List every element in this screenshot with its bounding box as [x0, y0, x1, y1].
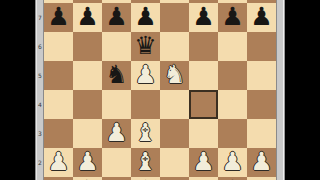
square-b1[interactable]: ♞	[73, 177, 102, 180]
piece-black-pawn-b7[interactable]: ♟	[73, 3, 102, 32]
square-g1[interactable]: ♚	[218, 177, 247, 180]
square-c1[interactable]	[102, 177, 131, 180]
square-c7[interactable]: ♟	[102, 3, 131, 32]
square-f5[interactable]	[189, 61, 218, 90]
piece-white-rook-f1[interactable]: ♜	[189, 177, 218, 180]
square-h1[interactable]	[247, 177, 276, 180]
screen: 87654321 ♜♞♝♚♝♜♟♟♟♟♟♟♟♛♞♟♞♟♝♟♟♝♟♟♟♜♞♛♜♚	[0, 0, 320, 180]
piece-black-pawn-g7[interactable]: ♟	[218, 3, 247, 32]
square-a4[interactable]	[44, 90, 73, 119]
square-g7[interactable]: ♟	[218, 3, 247, 32]
square-a2[interactable]: ♟	[44, 148, 73, 177]
rank-label-3: 3	[36, 119, 44, 148]
piece-white-pawn-g2[interactable]: ♟	[218, 148, 247, 177]
square-f3[interactable]	[189, 119, 218, 148]
piece-white-pawn-a2[interactable]: ♟	[44, 148, 73, 177]
square-g6[interactable]	[218, 32, 247, 61]
square-b3[interactable]	[73, 119, 102, 148]
rank-label-2: 2	[36, 148, 44, 177]
square-b6[interactable]	[73, 32, 102, 61]
square-c6[interactable]	[102, 32, 131, 61]
square-b7[interactable]: ♟	[73, 3, 102, 32]
square-h2[interactable]: ♟	[247, 148, 276, 177]
chess-board: ♜♞♝♚♝♜♟♟♟♟♟♟♟♛♞♟♞♟♝♟♟♝♟♟♟♜♞♛♜♚	[44, 0, 276, 180]
square-a3[interactable]	[44, 119, 73, 148]
piece-black-knight-c5[interactable]: ♞	[102, 61, 131, 90]
square-b4[interactable]	[73, 90, 102, 119]
piece-white-queen-d1[interactable]: ♛	[131, 177, 160, 180]
square-c5[interactable]: ♞	[102, 61, 131, 90]
piece-white-bishop-d2[interactable]: ♝	[131, 148, 160, 177]
square-e6[interactable]	[160, 32, 189, 61]
square-d5[interactable]: ♟	[131, 61, 160, 90]
rank-label-4: 4	[36, 90, 44, 119]
square-c4[interactable]	[102, 90, 131, 119]
square-h6[interactable]	[247, 32, 276, 61]
square-h5[interactable]	[247, 61, 276, 90]
piece-black-queen-d6[interactable]: ♛	[131, 32, 160, 61]
square-g4[interactable]	[218, 90, 247, 119]
square-h4[interactable]	[247, 90, 276, 119]
square-h3[interactable]	[247, 119, 276, 148]
square-f2[interactable]: ♟	[189, 148, 218, 177]
square-e2[interactable]	[160, 148, 189, 177]
square-g3[interactable]	[218, 119, 247, 148]
square-c2[interactable]	[102, 148, 131, 177]
piece-white-bishop-d3[interactable]: ♝	[131, 119, 160, 148]
square-d4[interactable]	[131, 90, 160, 119]
square-a6[interactable]	[44, 32, 73, 61]
square-a5[interactable]	[44, 61, 73, 90]
piece-white-pawn-c3[interactable]: ♟	[102, 119, 131, 148]
rank-label-1: 1	[36, 177, 44, 180]
piece-black-pawn-d7[interactable]: ♟	[131, 3, 160, 32]
piece-white-knight-e5[interactable]: ♞	[160, 61, 189, 90]
square-h7[interactable]: ♟	[247, 3, 276, 32]
square-a1[interactable]: ♜	[44, 177, 73, 180]
square-d2[interactable]: ♝	[131, 148, 160, 177]
piece-black-pawn-a7[interactable]: ♟	[44, 3, 73, 32]
square-e7[interactable]	[160, 3, 189, 32]
square-d6[interactable]: ♛	[131, 32, 160, 61]
piece-white-rook-a1[interactable]: ♜	[44, 177, 73, 180]
square-a7[interactable]: ♟	[44, 3, 73, 32]
square-b5[interactable]	[73, 61, 102, 90]
rank-label-7: 7	[36, 3, 44, 32]
square-g5[interactable]	[218, 61, 247, 90]
square-g2[interactable]: ♟	[218, 148, 247, 177]
rank-label-6: 6	[36, 32, 44, 61]
piece-white-pawn-h2[interactable]: ♟	[247, 148, 276, 177]
square-f1[interactable]: ♜	[189, 177, 218, 180]
rank-label-5: 5	[36, 61, 44, 90]
highlighted-square-f4[interactable]	[189, 90, 218, 119]
square-f6[interactable]	[189, 32, 218, 61]
square-b2[interactable]: ♟	[73, 148, 102, 177]
piece-white-pawn-d5[interactable]: ♟	[131, 61, 160, 90]
square-e1[interactable]	[160, 177, 189, 180]
square-c3[interactable]: ♟	[102, 119, 131, 148]
square-e5[interactable]: ♞	[160, 61, 189, 90]
square-d7[interactable]: ♟	[131, 3, 160, 32]
square-d3[interactable]: ♝	[131, 119, 160, 148]
square-e3[interactable]	[160, 119, 189, 148]
piece-black-pawn-f7[interactable]: ♟	[189, 3, 218, 32]
piece-white-pawn-b2[interactable]: ♟	[73, 148, 102, 177]
piece-white-pawn-f2[interactable]: ♟	[189, 148, 218, 177]
piece-white-king-g1[interactable]: ♚	[218, 177, 247, 180]
board-frame: 87654321 ♜♞♝♚♝♜♟♟♟♟♟♟♟♛♞♟♞♟♝♟♟♝♟♟♟♜♞♛♜♚	[35, 0, 285, 180]
square-d1[interactable]: ♛	[131, 177, 160, 180]
piece-white-knight-b1[interactable]: ♞	[73, 177, 102, 180]
square-e4[interactable]	[160, 90, 189, 119]
piece-black-pawn-c7[interactable]: ♟	[102, 3, 131, 32]
square-f7[interactable]: ♟	[189, 3, 218, 32]
piece-black-pawn-h7[interactable]: ♟	[247, 3, 276, 32]
